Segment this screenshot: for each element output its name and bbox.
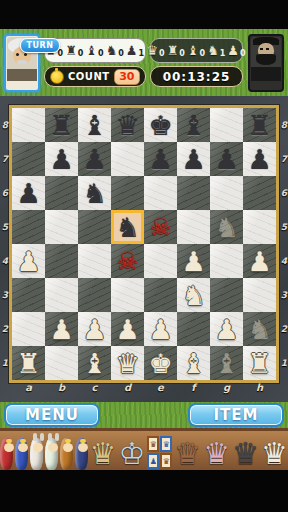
square-h2[interactable]: ♞ bbox=[243, 312, 276, 346]
white-king-e1: ♚ bbox=[148, 347, 172, 380]
square-f5[interactable] bbox=[177, 210, 210, 244]
square-b6[interactable] bbox=[45, 176, 78, 210]
square-h6[interactable] bbox=[243, 176, 276, 210]
timer-bar: 00:13:25 bbox=[150, 66, 243, 87]
file-label-d: d bbox=[111, 382, 144, 396]
rank-label-3: 3 bbox=[280, 278, 288, 312]
white-pawn-g2: ♟ bbox=[214, 313, 238, 346]
rank-labels-left: 87654321 bbox=[1, 108, 9, 380]
square-d7[interactable] bbox=[111, 142, 144, 176]
captured-white-rook-icon: ♜ bbox=[167, 44, 179, 57]
square-h5[interactable] bbox=[243, 210, 276, 244]
captured-white-queen-icon: ♛ bbox=[146, 44, 158, 57]
square-d5[interactable]: ♞ bbox=[111, 210, 144, 244]
square-h1[interactable]: ♜ bbox=[243, 346, 276, 380]
square-c2[interactable]: ♟ bbox=[78, 312, 111, 346]
square-g2[interactable]: ♟ bbox=[210, 312, 243, 346]
square-b5[interactable] bbox=[45, 210, 78, 244]
rank-label-4: 4 bbox=[280, 244, 288, 278]
rank-label-8: 8 bbox=[280, 108, 288, 142]
square-e5[interactable]: ☠ bbox=[144, 210, 177, 244]
count-value: 30 bbox=[114, 69, 140, 85]
square-d2[interactable]: ♟ bbox=[111, 312, 144, 346]
square-f8[interactable]: ♝ bbox=[177, 108, 210, 142]
white-pawn-b2: ♟ bbox=[49, 313, 73, 346]
square-c5[interactable] bbox=[78, 210, 111, 244]
doll-king-blue[interactable] bbox=[15, 438, 28, 470]
square-b8[interactable]: ♜ bbox=[45, 108, 78, 142]
black-pawn-e7: ♟ bbox=[148, 143, 172, 176]
black-pawn-g7: ♟ bbox=[214, 143, 238, 176]
white-pawn-h4: ♟ bbox=[247, 245, 271, 278]
black-pawn-a6: ♟ bbox=[16, 177, 40, 210]
square-c4[interactable] bbox=[78, 244, 111, 278]
square-d4[interactable]: ☠ bbox=[111, 244, 144, 278]
captured-black-pawn-icon: ♟ bbox=[126, 44, 138, 57]
captured-count: 0 bbox=[159, 49, 165, 58]
ghost-white-bishop-g1: ♝ bbox=[214, 347, 238, 380]
white-rook-a1: ♜ bbox=[16, 347, 40, 380]
board-frame: ♜♝♛♚♝♜♟♟♟♟♟♟♟♞♞☠♞♟☠♟♟♞♟♟♟♟♟♞♜♝♛♚♝♝♜ 8765… bbox=[0, 96, 288, 402]
rank-label-7: 7 bbox=[280, 142, 288, 176]
skull-mine-icon-d4: ☠ bbox=[111, 244, 144, 278]
turn-badge: TURN bbox=[20, 38, 60, 53]
rank-labels-right: 87654321 bbox=[280, 108, 288, 380]
square-f4[interactable]: ♟ bbox=[177, 244, 210, 278]
rank-label-1: 1 bbox=[1, 346, 9, 380]
file-label-f: f bbox=[177, 382, 210, 396]
square-c1[interactable]: ♝ bbox=[78, 346, 111, 380]
piece-white-queen[interactable]: ♛ bbox=[261, 438, 288, 470]
square-c8[interactable]: ♝ bbox=[78, 108, 111, 142]
captured-count: 0 bbox=[78, 49, 84, 58]
square-f1[interactable]: ♝ bbox=[177, 346, 210, 380]
file-label-a: a bbox=[12, 382, 45, 396]
square-f7[interactable]: ♟ bbox=[177, 142, 210, 176]
captured-black-rook-icon: ♜ bbox=[65, 44, 77, 57]
captured-count: 1 bbox=[220, 49, 226, 58]
square-g4[interactable] bbox=[210, 244, 243, 278]
black-rook-b8: ♜ bbox=[49, 109, 73, 142]
square-e4[interactable] bbox=[144, 244, 177, 278]
captured-white-knight-icon: ♞ bbox=[207, 44, 219, 57]
square-b3[interactable] bbox=[45, 278, 78, 312]
status-bar bbox=[0, 0, 288, 29]
square-d1[interactable]: ♛ bbox=[111, 346, 144, 380]
file-label-c: c bbox=[78, 382, 111, 396]
square-c3[interactable] bbox=[78, 278, 111, 312]
captured-count: 1 bbox=[139, 49, 145, 58]
captured-count: 0 bbox=[240, 49, 246, 58]
skull-mine-icon-e5: ☠ bbox=[144, 210, 177, 244]
white-knight-f3: ♞ bbox=[181, 279, 205, 312]
captured-black-bishop-icon: ♝ bbox=[85, 44, 97, 57]
lincoln-avatar bbox=[248, 34, 284, 92]
white-queen-d1: ♛ bbox=[115, 347, 139, 380]
white-rook-h1: ♜ bbox=[247, 347, 271, 380]
black-knight-d5: ♞ bbox=[115, 211, 139, 244]
ghost-white-knight-g5: ♞ bbox=[214, 211, 238, 244]
piece-gold-queen[interactable]: ♛ bbox=[90, 438, 117, 470]
board-grid: ♜♝♛♚♝♜♟♟♟♟♟♟♟♞♞☠♞♟☠♟♟♞♟♟♟♟♟♞♜♝♛♚♝♝♜ bbox=[12, 108, 276, 380]
square-b2[interactable]: ♟ bbox=[45, 312, 78, 346]
rank-label-5: 5 bbox=[1, 210, 9, 244]
square-e8[interactable]: ♚ bbox=[144, 108, 177, 142]
item-button[interactable]: ITEM bbox=[188, 403, 284, 427]
square-f2[interactable] bbox=[177, 312, 210, 346]
file-labels: abcdefgh bbox=[12, 382, 276, 396]
piece-rose-queen[interactable]: ♛ bbox=[203, 438, 230, 470]
square-e1[interactable]: ♚ bbox=[144, 346, 177, 380]
white-pawn-c2: ♟ bbox=[82, 313, 106, 346]
white-bishop-c1: ♝ bbox=[82, 347, 106, 380]
white-pawn-f4: ♟ bbox=[181, 245, 205, 278]
square-f3[interactable]: ♞ bbox=[177, 278, 210, 312]
square-g5[interactable]: ♞ bbox=[210, 210, 243, 244]
square-g7[interactable]: ♟ bbox=[210, 142, 243, 176]
square-h7[interactable]: ♟ bbox=[243, 142, 276, 176]
square-a4[interactable]: ♟ bbox=[12, 244, 45, 278]
piece-black-queen[interactable]: ♛ bbox=[232, 438, 259, 470]
clock-icon bbox=[50, 70, 64, 84]
count-label: COUNT bbox=[68, 71, 110, 82]
rank-label-4: 4 bbox=[1, 244, 9, 278]
rank-label-2: 2 bbox=[280, 312, 288, 346]
ghost-white-knight-h2: ♞ bbox=[247, 313, 271, 346]
black-rook-h8: ♜ bbox=[247, 109, 271, 142]
item-shelf: ♛♔♛♛♟♛♛♛♛♛ bbox=[0, 428, 288, 470]
captured-black-knight-icon: ♞ bbox=[106, 44, 118, 57]
file-label-h: h bbox=[243, 382, 276, 396]
square-e2[interactable]: ♟ bbox=[144, 312, 177, 346]
captured-count: 0 bbox=[200, 49, 206, 58]
white-bishop-f1: ♝ bbox=[181, 347, 205, 380]
captured-count: 0 bbox=[118, 49, 124, 58]
doll-rabbit-green[interactable] bbox=[45, 438, 58, 470]
file-label-b: b bbox=[45, 382, 78, 396]
square-f6[interactable] bbox=[177, 176, 210, 210]
square-a6[interactable]: ♟ bbox=[12, 176, 45, 210]
rank-label-6: 6 bbox=[280, 176, 288, 210]
square-b1[interactable] bbox=[45, 346, 78, 380]
doll-king-red[interactable] bbox=[0, 438, 13, 470]
doll-rabbit-red[interactable] bbox=[30, 438, 43, 470]
rank-label-2: 2 bbox=[1, 312, 9, 346]
hud: TURN ♛0♜0♝0♞0♟1 ♛0♜0♝0♞1♟0 COUNT 30 00:1… bbox=[0, 29, 288, 96]
square-e6[interactable] bbox=[144, 176, 177, 210]
rank-label-8: 8 bbox=[1, 108, 9, 142]
square-g3[interactable] bbox=[210, 278, 243, 312]
square-a2[interactable] bbox=[12, 312, 45, 346]
captured-count: 0 bbox=[179, 49, 185, 58]
square-c6[interactable]: ♞ bbox=[78, 176, 111, 210]
piece-ice-king[interactable]: ♔ bbox=[118, 438, 145, 470]
square-d3[interactable] bbox=[111, 278, 144, 312]
black-king-e8: ♚ bbox=[148, 109, 172, 142]
lincoln-portrait bbox=[251, 37, 281, 81]
square-g6[interactable] bbox=[210, 176, 243, 210]
rank-label-1: 1 bbox=[280, 346, 288, 380]
menu-button[interactable]: MENU bbox=[4, 403, 100, 427]
white-pawn-d2: ♟ bbox=[115, 313, 139, 346]
black-pawn-b7: ♟ bbox=[49, 143, 73, 176]
square-e7[interactable]: ♟ bbox=[144, 142, 177, 176]
captured-count: 0 bbox=[98, 49, 104, 58]
square-a1[interactable]: ♜ bbox=[12, 346, 45, 380]
square-h8[interactable]: ♜ bbox=[243, 108, 276, 142]
square-h4[interactable]: ♟ bbox=[243, 244, 276, 278]
captured-white-pawn-icon: ♟ bbox=[227, 44, 239, 57]
black-pawn-f7: ♟ bbox=[181, 143, 205, 176]
card-set[interactable]: ♛♛♟♛ bbox=[147, 436, 172, 470]
black-pawn-h7: ♟ bbox=[247, 143, 271, 176]
black-pawn-c7: ♟ bbox=[82, 143, 106, 176]
square-d8[interactable]: ♛ bbox=[111, 108, 144, 142]
piece-bronze-queen[interactable]: ♛ bbox=[174, 438, 201, 470]
black-queen-d8: ♛ bbox=[115, 109, 139, 142]
black-bishop-c8: ♝ bbox=[82, 109, 106, 142]
rank-label-5: 5 bbox=[280, 210, 288, 244]
square-a3[interactable] bbox=[12, 278, 45, 312]
rank-label-7: 7 bbox=[1, 142, 9, 176]
square-d6[interactable] bbox=[111, 176, 144, 210]
square-e3[interactable] bbox=[144, 278, 177, 312]
white-pawn-e2: ♟ bbox=[148, 313, 172, 346]
chess-board: ♜♝♛♚♝♜♟♟♟♟♟♟♟♞♞☠♞♟☠♟♟♞♟♟♟♟♟♞♜♝♛♚♝♝♜ bbox=[9, 105, 279, 383]
square-b7[interactable]: ♟ bbox=[45, 142, 78, 176]
timer-value: 00:13:25 bbox=[163, 70, 231, 84]
count-bar: COUNT 30 bbox=[44, 66, 146, 87]
captured-white-bishop-icon: ♝ bbox=[187, 44, 199, 57]
captured-pieces-right: ♛0♜0♝0♞1♟0 bbox=[150, 38, 243, 63]
square-g1[interactable]: ♝ bbox=[210, 346, 243, 380]
file-label-g: g bbox=[210, 382, 243, 396]
file-label-e: e bbox=[144, 382, 177, 396]
square-a8[interactable] bbox=[12, 108, 45, 142]
square-c7[interactable]: ♟ bbox=[78, 142, 111, 176]
square-a5[interactable] bbox=[12, 210, 45, 244]
black-knight-c6: ♞ bbox=[82, 177, 106, 210]
doll-tsar-orange[interactable] bbox=[60, 438, 73, 470]
button-strip: MENU ITEM bbox=[0, 402, 288, 428]
black-bishop-f8: ♝ bbox=[181, 109, 205, 142]
square-g8[interactable] bbox=[210, 108, 243, 142]
rank-label-6: 6 bbox=[1, 176, 9, 210]
doll-queen-navy[interactable] bbox=[75, 438, 88, 470]
square-h3[interactable] bbox=[243, 278, 276, 312]
square-a7[interactable] bbox=[12, 142, 45, 176]
square-b4[interactable] bbox=[45, 244, 78, 278]
rank-label-3: 3 bbox=[1, 278, 9, 312]
white-pawn-a4: ♟ bbox=[16, 245, 40, 278]
bottom-band bbox=[0, 470, 288, 512]
